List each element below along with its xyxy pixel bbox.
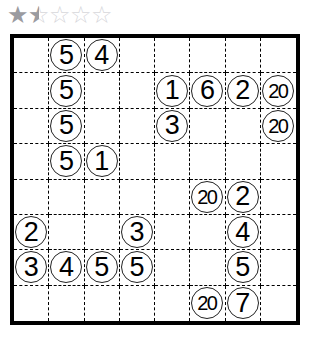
cell-r3c8[interactable]: 20 xyxy=(261,109,296,144)
cell-r3c4[interactable] xyxy=(120,109,155,144)
clue-circle: 5 xyxy=(86,251,118,283)
star-empty-icon: ☆ xyxy=(91,2,112,28)
cell-r6c1[interactable]: 2 xyxy=(14,215,49,250)
cell-r2c5[interactable]: 1 xyxy=(155,73,190,108)
cell-r6c4[interactable]: 3 xyxy=(120,215,155,250)
star-empty-icon: ☆ xyxy=(49,2,70,28)
cell-r8c8[interactable] xyxy=(261,286,296,321)
clue-circle: 2 xyxy=(227,181,259,213)
cell-r6c6[interactable] xyxy=(190,215,225,250)
puzzle-board: 5451622053205120223434555207 xyxy=(10,34,300,325)
clue-circle: 5 xyxy=(50,75,82,107)
cell-r2c6[interactable]: 6 xyxy=(190,73,225,108)
clue-circle: 1 xyxy=(86,145,118,177)
cell-r5c3[interactable] xyxy=(85,180,120,215)
cell-r8c3[interactable] xyxy=(85,286,120,321)
clue-circle: 20 xyxy=(191,181,223,213)
cell-r8c2[interactable] xyxy=(49,286,84,321)
cell-r2c8[interactable]: 20 xyxy=(261,73,296,108)
clue-circle: 5 xyxy=(227,251,259,283)
cell-r4c1[interactable] xyxy=(14,144,49,179)
star-empty-icon: ☆ xyxy=(70,2,91,28)
cell-r5c6[interactable]: 20 xyxy=(190,180,225,215)
cell-r5c8[interactable] xyxy=(261,180,296,215)
cell-r5c2[interactable] xyxy=(49,180,84,215)
cell-r7c3[interactable]: 5 xyxy=(85,250,120,285)
clue-circle: 5 xyxy=(50,39,82,71)
cell-r5c4[interactable] xyxy=(120,180,155,215)
cell-r6c7[interactable]: 4 xyxy=(226,215,261,250)
cell-r2c1[interactable] xyxy=(14,73,49,108)
cell-r8c4[interactable] xyxy=(120,286,155,321)
clue-circle: 3 xyxy=(15,251,47,283)
cell-r1c8[interactable] xyxy=(261,38,296,73)
cell-r2c2[interactable]: 5 xyxy=(49,73,84,108)
cell-r6c8[interactable] xyxy=(261,215,296,250)
cell-r2c3[interactable] xyxy=(85,73,120,108)
clue-circle: 5 xyxy=(121,251,153,283)
cell-r7c8[interactable] xyxy=(261,250,296,285)
clue-circle: 20 xyxy=(191,287,223,319)
star-half-fill: ★ xyxy=(28,2,39,28)
cell-r5c5[interactable] xyxy=(155,180,190,215)
cell-r3c1[interactable] xyxy=(14,109,49,144)
cell-r5c7[interactable]: 2 xyxy=(226,180,261,215)
cell-r7c4[interactable]: 5 xyxy=(120,250,155,285)
cell-r1c6[interactable] xyxy=(190,38,225,73)
cell-r7c2[interactable]: 4 xyxy=(49,250,84,285)
clue-circle: 1 xyxy=(156,75,188,107)
cell-r4c2[interactable]: 5 xyxy=(49,144,84,179)
cell-r5c1[interactable] xyxy=(14,180,49,215)
puzzle-page: ★☆★☆☆☆ 5451622053205120223434555207 xyxy=(0,0,318,342)
cell-r4c8[interactable] xyxy=(261,144,296,179)
cell-r7c1[interactable]: 3 xyxy=(14,250,49,285)
cell-r1c2[interactable]: 5 xyxy=(49,38,84,73)
cell-r3c6[interactable] xyxy=(190,109,225,144)
clue-circle: 6 xyxy=(191,75,223,107)
clue-circle: 5 xyxy=(50,145,82,177)
clue-circle: 4 xyxy=(86,39,118,71)
cell-r7c7[interactable]: 5 xyxy=(226,250,261,285)
cell-r6c2[interactable] xyxy=(49,215,84,250)
cell-r1c5[interactable] xyxy=(155,38,190,73)
cell-r1c1[interactable] xyxy=(14,38,49,73)
cell-r6c3[interactable] xyxy=(85,215,120,250)
cell-r3c7[interactable] xyxy=(226,109,261,144)
clue-circle: 20 xyxy=(262,75,294,107)
cell-r8c6[interactable]: 20 xyxy=(190,286,225,321)
cell-r6c5[interactable] xyxy=(155,215,190,250)
cell-r7c5[interactable] xyxy=(155,250,190,285)
clue-circle: 7 xyxy=(227,287,259,319)
cell-r8c5[interactable] xyxy=(155,286,190,321)
cell-r1c7[interactable] xyxy=(226,38,261,73)
clue-circle: 20 xyxy=(262,110,294,142)
clue-circle: 4 xyxy=(50,251,82,283)
cell-r4c3[interactable]: 1 xyxy=(85,144,120,179)
clue-circle: 2 xyxy=(227,75,259,107)
cell-r3c3[interactable] xyxy=(85,109,120,144)
star-half-icon: ☆★ xyxy=(28,2,49,28)
cell-r2c7[interactable]: 2 xyxy=(226,73,261,108)
cell-r4c4[interactable] xyxy=(120,144,155,179)
difficulty-rating: ★☆★☆☆☆ xyxy=(7,2,112,28)
cell-r3c5[interactable]: 3 xyxy=(155,109,190,144)
clue-circle: 2 xyxy=(15,216,47,248)
cell-r7c6[interactable] xyxy=(190,250,225,285)
cell-r1c3[interactable]: 4 xyxy=(85,38,120,73)
clue-circle: 4 xyxy=(227,216,259,248)
cell-r8c7[interactable]: 7 xyxy=(226,286,261,321)
cell-r4c5[interactable] xyxy=(155,144,190,179)
clue-circle: 3 xyxy=(156,110,188,142)
star-full-icon: ★ xyxy=(7,2,28,28)
clue-circle: 5 xyxy=(50,110,82,142)
cell-r1c4[interactable] xyxy=(120,38,155,73)
cell-r4c7[interactable] xyxy=(226,144,261,179)
cell-r3c2[interactable]: 5 xyxy=(49,109,84,144)
clue-circle: 3 xyxy=(121,216,153,248)
cell-r2c4[interactable] xyxy=(120,73,155,108)
cell-r8c1[interactable] xyxy=(14,286,49,321)
cell-r4c6[interactable] xyxy=(190,144,225,179)
